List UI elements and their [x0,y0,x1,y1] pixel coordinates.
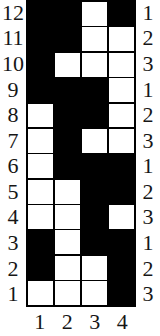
row-label-left-3: 3 [0,230,26,256]
puzzle-figure: 121110987654321 123123123123 1234 [0,0,160,336]
cell-r12c4-black [109,2,134,26]
cell-r6c4-black [109,154,134,178]
row-label-right-2: 2 [136,102,160,128]
cell-r6c2-black [55,154,80,178]
row-label-left-7: 7 [0,128,26,154]
cell-r4c2-white [55,205,80,229]
cell-r5c4-black [109,180,134,204]
cell-r9c3-black [82,78,107,102]
row-label-right-1: 1 [136,154,160,180]
row-label-right-3: 3 [136,281,160,307]
cell-r9c1-black [28,78,53,102]
cell-r8c2-black [55,104,80,128]
cell-r9c4-white [109,78,134,102]
cell-r9c2-black [55,78,80,102]
cell-r1c3-white [82,281,107,305]
cell-r10c3-white [82,53,107,77]
row-label-right-3: 3 [136,205,160,231]
cell-r6c3-black [82,154,107,178]
cell-r2c2-white [55,256,80,280]
cell-r2c1-black [28,256,53,280]
row-labels-right: 123123123123 [136,0,160,307]
cell-r1c1-white [28,281,53,305]
row-label-right-2: 2 [136,256,160,282]
cell-r8c4-white [109,104,134,128]
cell-r3c2-white [55,230,80,254]
cell-r4c1-white [28,205,53,229]
row-label-right-3: 3 [136,128,160,154]
row-label-left-1: 1 [0,281,26,307]
cell-r7c3-white [82,129,107,153]
cell-r10c2-white [55,53,80,77]
row-label-left-2: 2 [0,256,26,282]
row-label-right-3: 3 [136,51,160,77]
cell-r3c3-black [82,230,107,254]
cell-r11c3-white [82,27,107,51]
row-label-left-12: 12 [0,0,26,26]
cell-r10c4-white [109,53,134,77]
cell-r7c4-white [109,129,134,153]
row-label-right-1: 1 [136,230,160,256]
row-label-left-4: 4 [0,205,26,231]
cell-r8c3-black [82,104,107,128]
row-label-right-2: 2 [136,26,160,52]
row-label-left-5: 5 [0,179,26,205]
col-label-3: 3 [81,307,109,336]
cell-r12c3-white [82,2,107,26]
row-label-left-8: 8 [0,102,26,128]
cell-r5c2-white [55,180,80,204]
cell-r10c1-black [28,53,53,77]
cell-r3c1-black [28,230,53,254]
cell-r6c1-white [28,154,53,178]
col-label-1: 1 [26,307,54,336]
row-label-left-11: 11 [0,26,26,52]
row-label-right-1: 1 [136,77,160,103]
puzzle-board [26,0,136,307]
col-labels-bottom: 1234 [26,307,136,336]
cell-r4c3-black [82,205,107,229]
col-label-2: 2 [54,307,82,336]
cell-r2c4-black [109,256,134,280]
cell-r3c4-black [109,230,134,254]
cell-r5c3-black [82,180,107,204]
row-label-right-1: 1 [136,0,160,26]
cell-r11c2-black [55,27,80,51]
cell-r11c1-black [28,27,53,51]
row-label-right-2: 2 [136,179,160,205]
cell-r1c4-black [109,281,134,305]
cell-r12c2-black [55,2,80,26]
cell-r4c4-white [109,205,134,229]
row-label-left-10: 10 [0,51,26,77]
cell-r1c2-white [55,281,80,305]
cell-r12c1-black [28,2,53,26]
cell-r7c2-black [55,129,80,153]
cell-r11c4-white [109,27,134,51]
col-label-4: 4 [109,307,137,336]
cell-r8c1-white [28,104,53,128]
cell-r2c3-white [82,256,107,280]
row-label-left-6: 6 [0,154,26,180]
row-label-left-9: 9 [0,77,26,103]
row-labels-left: 121110987654321 [0,0,26,307]
cell-r5c1-white [28,180,53,204]
cell-r7c1-white [28,129,53,153]
